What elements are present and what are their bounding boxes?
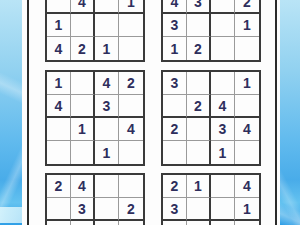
puzzle-bottom-right-cell-r3c1 [163, 221, 187, 225]
puzzle-top-right-cell-r4c3 [211, 37, 235, 60]
puzzle-bottom-left-cell-r3c1 [47, 221, 71, 225]
puzzle-top-right-cell-r3c2 [187, 14, 211, 37]
puzzle-middle-right-cell-r4c3: 1 [211, 141, 235, 164]
puzzle-bottom-right-cell-r1c3 [211, 175, 235, 198]
puzzle-bottom-left-cell-r2c2: 3 [71, 198, 95, 221]
puzzle-middle-left-cell-r2c1: 4 [47, 95, 71, 118]
puzzle-middle-left-cell-r1c2 [71, 72, 95, 95]
puzzle-top-left-cell-r3c3 [95, 14, 119, 37]
puzzle-middle-right-cell-r2c4 [235, 95, 259, 118]
puzzle-middle-right-cell-r3c3: 3 [211, 118, 235, 141]
puzzle-top-left-cell-r3c1: 1 [47, 14, 71, 37]
sudoku-grid-puzzle-bottom-left: 2432 [45, 173, 145, 225]
puzzle-bottom-right-cell-r2c1: 3 [163, 198, 187, 221]
puzzle-bottom-left-cell-r2c3 [95, 198, 119, 221]
puzzle-bottom-right-cell-r2c4: 1 [235, 198, 259, 221]
puzzle-top-right-cell-r2c4: 2 [235, 0, 259, 14]
puzzle-bottom-right-cell-r2c2 [187, 198, 211, 221]
puzzle-middle-left-cell-r4c1 [47, 141, 71, 164]
puzzle-middle-right-cell-r3c1: 2 [163, 118, 187, 141]
puzzle-top-left-cell-r2c2: 4 [71, 0, 95, 14]
puzzle-middle-left-cell-r1c3: 4 [95, 72, 119, 95]
puzzle-bottom-left-cell-r1c2: 4 [71, 175, 95, 198]
puzzle-bottom-right-cell-r2c3 [211, 198, 235, 221]
puzzle-bottom-right-cell-r3c2 [187, 221, 211, 225]
puzzle-bottom-left-cell-r1c3 [95, 175, 119, 198]
puzzle-bottom-right-cell-r1c2: 1 [187, 175, 211, 198]
puzzle-top-left-cell-r2c4: 1 [119, 0, 143, 14]
puzzle-top-right-cell-r3c1: 3 [163, 14, 187, 37]
puzzle-middle-left-cell-r3c4: 4 [119, 118, 143, 141]
puzzle-bottom-left-cell-r2c4: 2 [119, 198, 143, 221]
puzzle-middle-right-cell-r1c4: 1 [235, 72, 259, 95]
puzzle-top-right-cell-r2c3 [211, 0, 235, 14]
sudoku-grid-puzzle-top-left: 411421 [45, 0, 145, 62]
sudoku-grid-puzzle-middle-right: 31242341 [161, 70, 261, 166]
puzzle-top-left-cell-r4c1: 4 [47, 37, 71, 60]
puzzle-top-right-cell-r2c1: 4 [163, 0, 187, 14]
puzzle-middle-right-cell-r1c1: 3 [163, 72, 187, 95]
puzzle-middle-right-cell-r1c2 [187, 72, 211, 95]
puzzle-middle-left-cell-r1c1: 1 [47, 72, 71, 95]
puzzle-bottom-right-cell-r1c1: 2 [163, 175, 187, 198]
puzzle-middle-left-cell-r4c2 [71, 141, 95, 164]
puzzle-middle-right-cell-r3c4: 4 [235, 118, 259, 141]
puzzle-bottom-left-cell-r3c4 [119, 221, 143, 225]
puzzle-top-right-cell-r2c2: 3 [187, 0, 211, 14]
puzzle-middle-left-cell-r2c2 [71, 95, 95, 118]
puzzle-top-right-cell-r4c4 [235, 37, 259, 60]
puzzle-top-left-cell-r4c4 [119, 37, 143, 60]
puzzle-middle-left-cell-r2c3: 3 [95, 95, 119, 118]
puzzle-bottom-left-cell-r3c3 [95, 221, 119, 225]
puzzle-top-right-cell-r4c2: 2 [187, 37, 211, 60]
puzzle-top-right-cell-r3c4: 1 [235, 14, 259, 37]
sudoku-grid-puzzle-top-right: 4323112 [161, 0, 261, 62]
puzzle-middle-right-cell-r4c2 [187, 141, 211, 164]
puzzle-middle-left-cell-r1c4: 2 [119, 72, 143, 95]
puzzle-top-left-cell-r3c2 [71, 14, 95, 37]
puzzle-middle-right-cell-r4c1 [163, 141, 187, 164]
puzzle-top-left-cell-r4c2: 2 [71, 37, 95, 60]
puzzle-middle-right-cell-r2c2: 2 [187, 95, 211, 118]
puzzle-middle-left-cell-r4c3: 1 [95, 141, 119, 164]
puzzle-middle-right-cell-r3c2 [187, 118, 211, 141]
puzzle-top-right-cell-r3c3 [211, 14, 235, 37]
puzzle-middle-left-cell-r4c4 [119, 141, 143, 164]
puzzle-middle-left-cell-r2c4 [119, 95, 143, 118]
puzzle-top-left-cell-r2c1 [47, 0, 71, 14]
puzzle-top-right-cell-r4c1: 1 [163, 37, 187, 60]
puzzle-bottom-left-cell-r1c1: 2 [47, 175, 71, 198]
sudoku-grid-puzzle-bottom-right: 21431 [161, 173, 261, 225]
puzzle-bottom-left-cell-r2c1 [47, 198, 71, 221]
puzzle-middle-left-cell-r3c3 [95, 118, 119, 141]
puzzle-middle-left-cell-r3c2: 1 [71, 118, 95, 141]
puzzle-middle-left-cell-r3c1 [47, 118, 71, 141]
puzzle-bottom-right-cell-r3c3 [211, 221, 235, 225]
puzzle-bottom-left-cell-r3c2 [71, 221, 95, 225]
puzzle-top-left-cell-r3c4 [119, 14, 143, 37]
sudoku-grid-puzzle-middle-left: 14243141 [45, 70, 145, 166]
worksheet-paper: 41142143231121424314131242341243221431 [22, 0, 280, 225]
sudoku-worksheet-screenshot: 41142143231121424314131242341243221431 [0, 0, 300, 225]
puzzle-bottom-left-cell-r1c4 [119, 175, 143, 198]
puzzle-middle-right-cell-r2c3: 4 [211, 95, 235, 118]
puzzle-middle-right-cell-r4c4 [235, 141, 259, 164]
puzzle-top-left-cell-r2c3 [95, 0, 119, 14]
puzzle-bottom-right-cell-r3c4 [235, 221, 259, 225]
puzzle-middle-right-cell-r1c3 [211, 72, 235, 95]
puzzle-middle-right-cell-r2c1 [163, 95, 187, 118]
puzzle-top-left-cell-r4c3: 1 [95, 37, 119, 60]
puzzle-bottom-right-cell-r1c4: 4 [235, 175, 259, 198]
